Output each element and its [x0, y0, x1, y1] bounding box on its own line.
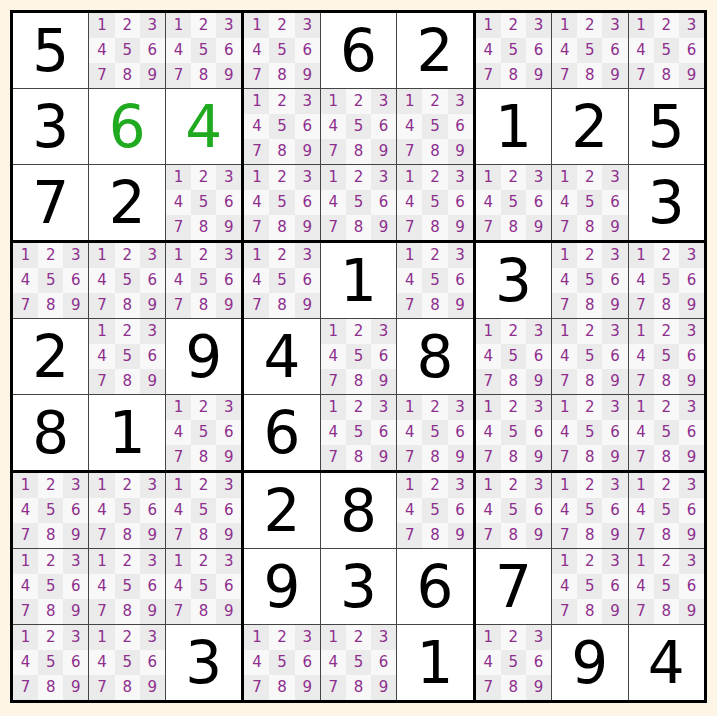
pencil-mark-6: 6	[448, 268, 473, 293]
pencil-mark-2: 2	[191, 13, 216, 38]
pencil-mark-5: 5	[422, 190, 447, 215]
pencil-mark-8: 8	[115, 675, 140, 700]
pencil-mark-5: 5	[115, 268, 140, 293]
pencil-mark-4: 4	[476, 650, 501, 675]
pencil-mark-5: 5	[191, 574, 216, 599]
cell-r5c6[interactable]: 8	[397, 319, 472, 394]
pencil-mark-5: 5	[501, 38, 526, 63]
cell-r8c6[interactable]: 6	[397, 549, 472, 624]
box-7: 1234567891234567891234567891234567891234…	[13, 473, 241, 700]
pencil-mark-5: 5	[422, 114, 447, 139]
pencil-mark-3: 3	[602, 473, 627, 498]
pencil-mark-8: 8	[577, 369, 602, 394]
cell-r8c1[interactable]: 123456789	[13, 549, 88, 624]
pencil-mark-4: 4	[244, 650, 269, 675]
given-digit: 1	[109, 404, 146, 462]
pencil-mark-4: 4	[244, 268, 269, 293]
pencil-mark-9: 9	[602, 63, 627, 88]
pencil-mark-6: 6	[140, 574, 165, 599]
pencil-mark-1: 1	[166, 13, 191, 38]
pencil-mark-7: 7	[397, 139, 422, 164]
pencil-mark-1: 1	[552, 319, 577, 344]
cell-r2c9[interactable]: 5	[629, 89, 704, 164]
pencil-grid: 123456789	[244, 625, 319, 700]
pencil-mark-6: 6	[216, 190, 241, 215]
cell-r7c9[interactable]: 123456789	[629, 473, 704, 548]
cell-r6c5[interactable]: 123456789	[321, 395, 396, 470]
cell-r2c8[interactable]: 2	[552, 89, 627, 164]
cell-r1c2[interactable]: 123456789	[89, 13, 164, 88]
pencil-mark-1: 1	[166, 473, 191, 498]
cell-r8c4[interactable]: 9	[244, 549, 319, 624]
pencil-mark-4: 4	[476, 38, 501, 63]
pencil-grid: 123456789	[629, 243, 704, 318]
pencil-grid: 123456789	[397, 395, 472, 470]
pencil-mark-2: 2	[115, 319, 140, 344]
cell-r9c4[interactable]: 123456789	[244, 625, 319, 700]
pencil-grid: 123456789	[89, 625, 164, 700]
pencil-mark-3: 3	[526, 13, 551, 38]
cell-r7c5[interactable]: 8	[321, 473, 396, 548]
pencil-mark-8: 8	[501, 675, 526, 700]
pencil-mark-2: 2	[577, 473, 602, 498]
pencil-mark-8: 8	[115, 523, 140, 548]
pencil-mark-6: 6	[526, 344, 551, 369]
cell-r6c1[interactable]: 8	[13, 395, 88, 470]
cell-r9c9[interactable]: 4	[629, 625, 704, 700]
cell-r3c6[interactable]: 123456789	[397, 165, 472, 240]
pencil-mark-6: 6	[63, 268, 88, 293]
pencil-mark-4: 4	[397, 190, 422, 215]
pencil-mark-1: 1	[321, 319, 346, 344]
pencil-mark-7: 7	[13, 675, 38, 700]
cell-r3c7[interactable]: 123456789	[476, 165, 551, 240]
pencil-mark-7: 7	[89, 599, 114, 624]
pencil-mark-4: 4	[629, 38, 654, 63]
pencil-mark-7: 7	[552, 599, 577, 624]
pencil-mark-5: 5	[501, 498, 526, 523]
cell-r4c8[interactable]: 123456789	[552, 243, 627, 318]
pencil-mark-5: 5	[346, 190, 371, 215]
pencil-mark-3: 3	[448, 165, 473, 190]
cell-r4c1[interactable]: 123456789	[13, 243, 88, 318]
pencil-mark-7: 7	[166, 599, 191, 624]
pencil-mark-5: 5	[38, 574, 63, 599]
cell-r5c9[interactable]: 123456789	[629, 319, 704, 394]
pencil-mark-5: 5	[577, 498, 602, 523]
pencil-mark-8: 8	[38, 675, 63, 700]
pencil-mark-8: 8	[654, 599, 679, 624]
pencil-grid: 123456789	[552, 549, 627, 624]
cell-r6c3[interactable]: 123456789	[166, 395, 241, 470]
pencil-mark-4: 4	[629, 344, 654, 369]
pencil-mark-3: 3	[295, 243, 320, 268]
pencil-mark-3: 3	[526, 319, 551, 344]
pencil-mark-4: 4	[552, 420, 577, 445]
cell-r6c8[interactable]: 123456789	[552, 395, 627, 470]
pencil-mark-7: 7	[552, 369, 577, 394]
cell-r6c9[interactable]: 123456789	[629, 395, 704, 470]
given-digit: 6	[340, 22, 377, 80]
pencil-mark-9: 9	[526, 369, 551, 394]
pencil-mark-3: 3	[679, 395, 704, 420]
cell-r1c1[interactable]: 5	[13, 13, 88, 88]
user-digit: 4	[185, 98, 222, 156]
pencil-grid: 123456789	[321, 165, 396, 240]
cell-r5c7[interactable]: 123456789	[476, 319, 551, 394]
cell-r6c4[interactable]: 6	[244, 395, 319, 470]
pencil-mark-1: 1	[629, 319, 654, 344]
pencil-mark-5: 5	[115, 650, 140, 675]
pencil-mark-1: 1	[89, 473, 114, 498]
pencil-grid: 123456789	[397, 165, 472, 240]
pencil-mark-4: 4	[321, 344, 346, 369]
cell-r7c8[interactable]: 123456789	[552, 473, 627, 548]
cell-r9c8[interactable]: 9	[552, 625, 627, 700]
pencil-mark-9: 9	[602, 523, 627, 548]
cell-r4c5[interactable]: 1	[321, 243, 396, 318]
pencil-mark-7: 7	[476, 369, 501, 394]
pencil-mark-6: 6	[602, 268, 627, 293]
pencil-mark-4: 4	[244, 38, 269, 63]
pencil-mark-2: 2	[422, 89, 447, 114]
pencil-mark-1: 1	[397, 89, 422, 114]
pencil-mark-5: 5	[501, 344, 526, 369]
pencil-grid: 123456789	[13, 473, 88, 548]
cell-r2c7[interactable]: 1	[476, 89, 551, 164]
cell-r1c3[interactable]: 123456789	[166, 13, 241, 88]
pencil-mark-8: 8	[422, 445, 447, 470]
pencil-mark-2: 2	[269, 89, 294, 114]
pencil-mark-6: 6	[679, 268, 704, 293]
pencil-mark-4: 4	[89, 574, 114, 599]
pencil-mark-1: 1	[552, 243, 577, 268]
pencil-mark-5: 5	[115, 38, 140, 63]
cell-r1c6[interactable]: 2	[397, 13, 472, 88]
cell-r5c3[interactable]: 9	[166, 319, 241, 394]
cell-r1c8[interactable]: 123456789	[552, 13, 627, 88]
cell-r3c4[interactable]: 123456789	[244, 165, 319, 240]
pencil-mark-2: 2	[191, 243, 216, 268]
cell-r3c9[interactable]: 3	[629, 165, 704, 240]
pencil-mark-1: 1	[166, 395, 191, 420]
pencil-mark-5: 5	[269, 38, 294, 63]
pencil-mark-1: 1	[321, 89, 346, 114]
pencil-mark-5: 5	[654, 344, 679, 369]
pencil-mark-1: 1	[13, 549, 38, 574]
cell-r8c8[interactable]: 123456789	[552, 549, 627, 624]
pencil-mark-5: 5	[422, 498, 447, 523]
pencil-mark-9: 9	[216, 215, 241, 240]
pencil-grid: 123456789	[629, 473, 704, 548]
box-8: 281234567899361234567891234567891	[244, 473, 472, 700]
pencil-mark-3: 3	[63, 625, 88, 650]
box-6: 3123456789123456789123456789123456789123…	[476, 243, 704, 470]
cell-r6c2[interactable]: 1	[89, 395, 164, 470]
pencil-mark-8: 8	[654, 445, 679, 470]
given-digit: 2	[416, 22, 453, 80]
pencil-mark-1: 1	[629, 13, 654, 38]
pencil-mark-8: 8	[422, 293, 447, 318]
pencil-mark-9: 9	[526, 675, 551, 700]
pencil-mark-7: 7	[89, 675, 114, 700]
pencil-mark-8: 8	[346, 139, 371, 164]
pencil-mark-1: 1	[89, 243, 114, 268]
pencil-mark-9: 9	[295, 675, 320, 700]
pencil-mark-5: 5	[191, 498, 216, 523]
cell-r5c1[interactable]: 2	[13, 319, 88, 394]
pencil-grid: 123456789	[89, 243, 164, 318]
pencil-mark-7: 7	[89, 63, 114, 88]
cell-r3c8[interactable]: 123456789	[552, 165, 627, 240]
pencil-mark-9: 9	[216, 63, 241, 88]
pencil-mark-4: 4	[13, 498, 38, 523]
pencil-mark-2: 2	[115, 473, 140, 498]
pencil-mark-9: 9	[216, 599, 241, 624]
pencil-mark-6: 6	[526, 650, 551, 675]
pencil-mark-4: 4	[629, 268, 654, 293]
pencil-mark-7: 7	[629, 63, 654, 88]
pencil-mark-8: 8	[191, 293, 216, 318]
pencil-mark-4: 4	[13, 574, 38, 599]
pencil-mark-4: 4	[629, 498, 654, 523]
pencil-mark-4: 4	[476, 190, 501, 215]
cell-r2c2[interactable]: 6	[89, 89, 164, 164]
pencil-mark-5: 5	[577, 38, 602, 63]
pencil-mark-9: 9	[679, 293, 704, 318]
cell-r4c2[interactable]: 123456789	[89, 243, 164, 318]
pencil-mark-7: 7	[321, 369, 346, 394]
pencil-mark-3: 3	[216, 473, 241, 498]
given-digit: 2	[32, 328, 69, 386]
pencil-grid: 123456789	[89, 13, 164, 88]
pencil-mark-4: 4	[13, 268, 38, 293]
cell-r9c3[interactable]: 3	[166, 625, 241, 700]
pencil-mark-3: 3	[295, 13, 320, 38]
given-digit: 3	[32, 98, 69, 156]
cell-r7c2[interactable]: 123456789	[89, 473, 164, 548]
pencil-mark-7: 7	[476, 523, 501, 548]
pencil-mark-6: 6	[216, 574, 241, 599]
pencil-mark-9: 9	[295, 293, 320, 318]
pencil-mark-5: 5	[38, 268, 63, 293]
given-digit: 3	[648, 174, 685, 232]
pencil-grid: 123456789	[552, 243, 627, 318]
pencil-mark-2: 2	[501, 625, 526, 650]
pencil-mark-5: 5	[501, 190, 526, 215]
pencil-mark-8: 8	[577, 523, 602, 548]
pencil-mark-9: 9	[63, 599, 88, 624]
pencil-mark-7: 7	[321, 675, 346, 700]
pencil-grid: 123456789	[166, 243, 241, 318]
pencil-mark-3: 3	[140, 13, 165, 38]
pencil-mark-3: 3	[526, 473, 551, 498]
pencil-mark-7: 7	[629, 445, 654, 470]
pencil-mark-4: 4	[166, 420, 191, 445]
pencil-mark-4: 4	[552, 190, 577, 215]
pencil-mark-3: 3	[140, 625, 165, 650]
pencil-mark-7: 7	[89, 293, 114, 318]
pencil-mark-5: 5	[654, 498, 679, 523]
cell-r3c2[interactable]: 2	[89, 165, 164, 240]
pencil-grid: 123456789	[552, 395, 627, 470]
pencil-grid: 123456789	[89, 549, 164, 624]
cell-r8c3[interactable]: 123456789	[166, 549, 241, 624]
box-5: 1234567891123456789412345678986123456789…	[244, 243, 472, 470]
pencil-mark-3: 3	[679, 549, 704, 574]
cell-r2c6[interactable]: 123456789	[397, 89, 472, 164]
pencil-mark-8: 8	[577, 293, 602, 318]
pencil-mark-4: 4	[244, 190, 269, 215]
cell-r5c5[interactable]: 123456789	[321, 319, 396, 394]
pencil-mark-4: 4	[13, 650, 38, 675]
pencil-grid: 123456789	[397, 89, 472, 164]
pencil-mark-9: 9	[448, 523, 473, 548]
pencil-mark-5: 5	[191, 38, 216, 63]
pencil-mark-2: 2	[654, 549, 679, 574]
cell-r9c2[interactable]: 123456789	[89, 625, 164, 700]
cell-r3c1[interactable]: 7	[13, 165, 88, 240]
given-digit: 3	[185, 634, 222, 692]
pencil-mark-5: 5	[269, 650, 294, 675]
cell-r3c3[interactable]: 123456789	[166, 165, 241, 240]
pencil-mark-8: 8	[269, 293, 294, 318]
pencil-mark-4: 4	[476, 344, 501, 369]
cell-r5c2[interactable]: 123456789	[89, 319, 164, 394]
cell-r8c2[interactable]: 123456789	[89, 549, 164, 624]
cell-r1c7[interactable]: 123456789	[476, 13, 551, 88]
cell-r7c7[interactable]: 123456789	[476, 473, 551, 548]
pencil-mark-5: 5	[346, 344, 371, 369]
pencil-mark-7: 7	[397, 215, 422, 240]
pencil-grid: 123456789	[321, 395, 396, 470]
cell-r2c5[interactable]: 123456789	[321, 89, 396, 164]
cell-r4c4[interactable]: 123456789	[244, 243, 319, 318]
cell-r1c9[interactable]: 123456789	[629, 13, 704, 88]
cell-r2c1[interactable]: 3	[13, 89, 88, 164]
pencil-mark-7: 7	[321, 445, 346, 470]
cell-r5c8[interactable]: 123456789	[552, 319, 627, 394]
pencil-grid: 123456789	[321, 625, 396, 700]
pencil-mark-2: 2	[269, 13, 294, 38]
cell-r7c1[interactable]: 123456789	[13, 473, 88, 548]
given-digit: 5	[648, 98, 685, 156]
pencil-mark-5: 5	[38, 498, 63, 523]
pencil-mark-2: 2	[654, 395, 679, 420]
pencil-mark-2: 2	[38, 625, 63, 650]
cell-r4c9[interactable]: 123456789	[629, 243, 704, 318]
pencil-mark-6: 6	[63, 574, 88, 599]
pencil-mark-4: 4	[629, 420, 654, 445]
pencil-mark-1: 1	[321, 165, 346, 190]
cell-r2c4[interactable]: 123456789	[244, 89, 319, 164]
pencil-mark-2: 2	[654, 243, 679, 268]
pencil-mark-1: 1	[13, 625, 38, 650]
pencil-mark-2: 2	[577, 165, 602, 190]
cell-r9c7[interactable]: 123456789	[476, 625, 551, 700]
pencil-mark-9: 9	[602, 293, 627, 318]
cell-r8c9[interactable]: 123456789	[629, 549, 704, 624]
pencil-mark-1: 1	[629, 243, 654, 268]
pencil-grid: 123456789	[13, 243, 88, 318]
given-digit: 1	[495, 98, 532, 156]
cell-r1c5[interactable]: 6	[321, 13, 396, 88]
pencil-grid: 123456789	[476, 165, 551, 240]
pencil-mark-1: 1	[89, 549, 114, 574]
given-digit: 1	[416, 634, 453, 692]
pencil-mark-9: 9	[140, 523, 165, 548]
pencil-mark-2: 2	[346, 165, 371, 190]
pencil-mark-2: 2	[501, 13, 526, 38]
cell-r6c6[interactable]: 123456789	[397, 395, 472, 470]
pencil-mark-1: 1	[476, 165, 501, 190]
pencil-mark-5: 5	[38, 650, 63, 675]
cell-r2c3[interactable]: 4	[166, 89, 241, 164]
cell-r4c7[interactable]: 3	[476, 243, 551, 318]
pencil-mark-3: 3	[371, 625, 396, 650]
cell-r6c7[interactable]: 123456789	[476, 395, 551, 470]
pencil-mark-1: 1	[89, 13, 114, 38]
pencil-mark-7: 7	[13, 599, 38, 624]
pencil-mark-7: 7	[166, 445, 191, 470]
pencil-mark-8: 8	[577, 599, 602, 624]
cell-r9c1[interactable]: 123456789	[13, 625, 88, 700]
pencil-mark-8: 8	[654, 523, 679, 548]
pencil-mark-8: 8	[38, 599, 63, 624]
pencil-mark-8: 8	[422, 215, 447, 240]
pencil-grid: 123456789	[629, 319, 704, 394]
given-digit: 8	[416, 328, 453, 386]
pencil-mark-6: 6	[602, 574, 627, 599]
cell-r9c6[interactable]: 1	[397, 625, 472, 700]
pencil-mark-1: 1	[476, 625, 501, 650]
cell-r8c7[interactable]: 7	[476, 549, 551, 624]
pencil-mark-3: 3	[526, 395, 551, 420]
pencil-mark-4: 4	[552, 574, 577, 599]
pencil-mark-5: 5	[269, 190, 294, 215]
pencil-mark-6: 6	[371, 190, 396, 215]
cell-r1c4[interactable]: 123456789	[244, 13, 319, 88]
pencil-mark-8: 8	[115, 599, 140, 624]
pencil-grid: 123456789	[321, 89, 396, 164]
cell-r3c5[interactable]: 123456789	[321, 165, 396, 240]
cell-r4c6[interactable]: 123456789	[397, 243, 472, 318]
pencil-mark-9: 9	[371, 369, 396, 394]
cell-r8c5[interactable]: 3	[321, 549, 396, 624]
pencil-mark-1: 1	[13, 243, 38, 268]
pencil-mark-1: 1	[476, 395, 501, 420]
cell-r9c5[interactable]: 123456789	[321, 625, 396, 700]
pencil-mark-3: 3	[602, 395, 627, 420]
pencil-mark-4: 4	[321, 650, 346, 675]
pencil-mark-2: 2	[115, 243, 140, 268]
cell-r4c3[interactable]: 123456789	[166, 243, 241, 318]
pencil-mark-1: 1	[13, 473, 38, 498]
pencil-mark-7: 7	[629, 599, 654, 624]
pencil-mark-9: 9	[140, 599, 165, 624]
pencil-mark-5: 5	[191, 268, 216, 293]
cell-r7c4[interactable]: 2	[244, 473, 319, 548]
pencil-mark-7: 7	[552, 63, 577, 88]
pencil-mark-3: 3	[602, 165, 627, 190]
cell-r7c3[interactable]: 123456789	[166, 473, 241, 548]
pencil-mark-1: 1	[166, 243, 191, 268]
pencil-mark-7: 7	[476, 675, 501, 700]
pencil-mark-2: 2	[346, 395, 371, 420]
cell-r5c4[interactable]: 4	[244, 319, 319, 394]
cell-r7c6[interactable]: 123456789	[397, 473, 472, 548]
pencil-mark-3: 3	[63, 473, 88, 498]
